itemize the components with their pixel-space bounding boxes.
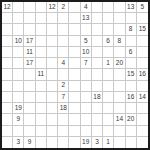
clue-cell-r4c10[interactable]: 6 — [103, 36, 114, 47]
grid-cell[interactable] — [137, 126, 148, 137]
grid-cell[interactable] — [69, 81, 80, 92]
grid-cell[interactable] — [24, 92, 35, 103]
grid-cell[interactable] — [92, 69, 103, 80]
grid-cell[interactable] — [137, 47, 148, 58]
grid-cell[interactable] — [126, 137, 137, 148]
clue-cell-r2c8[interactable]: 13 — [81, 13, 92, 24]
grid-cell[interactable] — [114, 13, 125, 24]
grid-cell[interactable] — [24, 69, 35, 80]
grid-cell[interactable] — [137, 114, 148, 125]
grid-cell[interactable] — [137, 36, 148, 47]
grid-cell[interactable] — [47, 81, 58, 92]
grid-cell[interactable] — [36, 36, 47, 47]
grid-cell[interactable] — [103, 81, 114, 92]
grid-cell[interactable] — [114, 2, 125, 13]
grid-cell[interactable] — [103, 69, 114, 80]
grid-cell[interactable] — [69, 58, 80, 69]
grid-cell[interactable] — [69, 137, 80, 148]
clue-cell-r13c2[interactable]: 3 — [13, 137, 24, 148]
grid-cell[interactable] — [103, 114, 114, 125]
grid-cell[interactable] — [58, 47, 69, 58]
clue-cell-r4c11[interactable]: 8 — [114, 36, 125, 47]
grid-cell[interactable] — [13, 58, 24, 69]
grid-cell[interactable] — [126, 13, 137, 24]
grid-cell[interactable] — [2, 114, 13, 125]
clue-cell-r4c3[interactable]: 17 — [24, 36, 35, 47]
grid-cell[interactable] — [92, 2, 103, 13]
clue-cell-r1c12[interactable]: 13 — [126, 2, 137, 13]
clue-cell-r9c12[interactable]: 16 — [126, 92, 137, 103]
grid-cell[interactable] — [58, 36, 69, 47]
grid-cell[interactable] — [36, 114, 47, 125]
grid-cell[interactable] — [24, 2, 35, 13]
grid-cell[interactable] — [69, 2, 80, 13]
grid-cell[interactable] — [103, 92, 114, 103]
clue-cell-r3c13[interactable]: 15 — [137, 24, 148, 35]
grid-cell[interactable] — [2, 47, 13, 58]
grid-cell[interactable] — [24, 126, 35, 137]
grid-cell[interactable] — [137, 58, 148, 69]
grid-cell[interactable] — [24, 103, 35, 114]
clue-cell-r7c4[interactable]: 11 — [36, 69, 47, 80]
grid-cell[interactable] — [81, 92, 92, 103]
grid-cell[interactable] — [36, 2, 47, 13]
grid-cell[interactable] — [81, 69, 92, 80]
grid-cell[interactable] — [36, 103, 47, 114]
clue-cell-r7c13[interactable]: 16 — [137, 69, 148, 80]
grid-cell[interactable] — [81, 24, 92, 35]
clue-cell-r9c9[interactable]: 18 — [92, 92, 103, 103]
grid-cell[interactable] — [103, 13, 114, 24]
clue-cell-r9c13[interactable]: 14 — [137, 92, 148, 103]
grid-cell[interactable] — [114, 92, 125, 103]
grid-cell[interactable] — [2, 92, 13, 103]
clue-cell-r11c11[interactable]: 14 — [114, 114, 125, 125]
grid-cell[interactable] — [114, 137, 125, 148]
grid-cell[interactable] — [2, 81, 13, 92]
clue-cell-r5c12[interactable]: 6 — [126, 47, 137, 58]
grid-cell[interactable] — [47, 24, 58, 35]
grid-cell[interactable] — [24, 114, 35, 125]
grid-cell[interactable] — [126, 103, 137, 114]
grid-cell[interactable] — [47, 69, 58, 80]
grid-cell[interactable] — [2, 13, 13, 24]
grid-cell[interactable] — [69, 69, 80, 80]
grid-cell[interactable] — [92, 13, 103, 24]
grid-cell[interactable] — [13, 69, 24, 80]
grid-cell[interactable] — [69, 36, 80, 47]
clue-cell-r1c5[interactable]: 12 — [47, 2, 58, 13]
grid-cell[interactable] — [92, 47, 103, 58]
clue-cell-r4c8[interactable]: 5 — [81, 36, 92, 47]
numberlink-board: 1212241351381510175681110617471201115162… — [0, 0, 150, 150]
grid-cell[interactable] — [47, 47, 58, 58]
grid-cell[interactable] — [137, 81, 148, 92]
clue-cell-r4c2[interactable]: 10 — [13, 36, 24, 47]
grid-cell[interactable] — [69, 24, 80, 35]
grid-cell[interactable] — [81, 126, 92, 137]
grid-cell[interactable] — [36, 58, 47, 69]
grid-cell[interactable] — [81, 114, 92, 125]
grid-cell[interactable] — [2, 24, 13, 35]
grid-cell[interactable] — [2, 126, 13, 137]
clue-cell-r7c12[interactable]: 15 — [126, 69, 137, 80]
grid-cell[interactable] — [47, 58, 58, 69]
clue-cell-r13c8[interactable]: 19 — [81, 137, 92, 148]
grid-cell[interactable] — [2, 69, 13, 80]
grid-cell[interactable] — [69, 92, 80, 103]
clue-cell-r6c3[interactable]: 17 — [24, 58, 35, 69]
grid-cell[interactable] — [137, 103, 148, 114]
clue-cell-r1c1[interactable]: 12 — [2, 2, 13, 13]
grid-cell[interactable] — [13, 47, 24, 58]
grid-cell[interactable] — [69, 126, 80, 137]
clue-cell-r6c6[interactable]: 4 — [58, 58, 69, 69]
grid-cell[interactable] — [47, 137, 58, 148]
grid-cell[interactable] — [13, 24, 24, 35]
clue-cell-r5c3[interactable]: 11 — [24, 47, 35, 58]
grid-cell[interactable] — [47, 103, 58, 114]
clue-cell-r6c10[interactable]: 1 — [103, 58, 114, 69]
grid-cell[interactable] — [126, 58, 137, 69]
grid-cell[interactable] — [103, 126, 114, 137]
grid-cell[interactable] — [36, 13, 47, 24]
clue-cell-r10c2[interactable]: 19 — [13, 103, 24, 114]
grid-cell[interactable] — [126, 81, 137, 92]
grid-cell[interactable] — [13, 13, 24, 24]
clue-cell-r10c6[interactable]: 18 — [58, 103, 69, 114]
grid-cell[interactable] — [2, 103, 13, 114]
grid-cell[interactable] — [58, 24, 69, 35]
grid-cell[interactable] — [36, 24, 47, 35]
grid-cell[interactable] — [36, 47, 47, 58]
grid-cell[interactable] — [114, 47, 125, 58]
clue-cell-r13c3[interactable]: 9 — [24, 137, 35, 148]
grid-cell[interactable] — [24, 13, 35, 24]
grid-cell[interactable] — [114, 126, 125, 137]
grid-cell[interactable] — [2, 36, 13, 47]
grid-cell[interactable] — [2, 58, 13, 69]
grid-cell[interactable] — [114, 103, 125, 114]
grid-cell[interactable] — [47, 13, 58, 24]
grid-cell[interactable] — [103, 2, 114, 13]
grid-cell[interactable] — [92, 36, 103, 47]
grid-cell[interactable] — [92, 81, 103, 92]
grid-cell[interactable] — [69, 47, 80, 58]
grid-cell[interactable] — [36, 81, 47, 92]
grid-cell[interactable] — [13, 2, 24, 13]
grid-cell[interactable] — [81, 81, 92, 92]
grid-cell[interactable] — [92, 24, 103, 35]
grid-cell[interactable] — [126, 36, 137, 47]
grid-cell[interactable] — [47, 36, 58, 47]
clue-cell-r1c13[interactable]: 5 — [137, 2, 148, 13]
grid-cell[interactable] — [2, 137, 13, 148]
grid-cell[interactable] — [92, 58, 103, 69]
grid-cell[interactable] — [137, 13, 148, 24]
grid-cell[interactable] — [58, 137, 69, 148]
clue-cell-r6c8[interactable]: 7 — [81, 58, 92, 69]
clue-cell-r3c12[interactable]: 8 — [126, 24, 137, 35]
grid-cell[interactable] — [58, 126, 69, 137]
clue-cell-r13c10[interactable]: 1 — [103, 137, 114, 148]
grid-cell[interactable] — [13, 92, 24, 103]
grid-cell[interactable] — [36, 137, 47, 148]
grid-cell[interactable] — [103, 47, 114, 58]
grid-cell[interactable] — [81, 103, 92, 114]
clue-cell-r8c6[interactable]: 2 — [58, 81, 69, 92]
grid-cell[interactable] — [137, 137, 148, 148]
grid-cell[interactable] — [69, 103, 80, 114]
grid-cell[interactable] — [47, 92, 58, 103]
clue-cell-r11c2[interactable]: 9 — [13, 114, 24, 125]
clue-cell-r5c8[interactable]: 10 — [81, 47, 92, 58]
grid-cell[interactable] — [69, 13, 80, 24]
grid-cell[interactable] — [58, 69, 69, 80]
grid-cell[interactable] — [58, 13, 69, 24]
grid-cell[interactable] — [103, 24, 114, 35]
grid-cell[interactable] — [36, 92, 47, 103]
grid-cell[interactable] — [103, 103, 114, 114]
grid-cell[interactable] — [13, 81, 24, 92]
grid-cell[interactable] — [47, 126, 58, 137]
grid-cell[interactable] — [126, 126, 137, 137]
clue-cell-r9c6[interactable]: 7 — [58, 92, 69, 103]
grid-cell[interactable] — [92, 114, 103, 125]
clue-cell-r1c6[interactable]: 2 — [58, 2, 69, 13]
clue-cell-r11c12[interactable]: 20 — [126, 114, 137, 125]
grid-cell[interactable] — [36, 126, 47, 137]
grid-cell[interactable] — [92, 103, 103, 114]
grid-cell[interactable] — [114, 24, 125, 35]
grid-cell[interactable] — [114, 81, 125, 92]
clue-cell-r13c9[interactable]: 3 — [92, 137, 103, 148]
grid-cell[interactable] — [69, 114, 80, 125]
grid-cell[interactable] — [24, 81, 35, 92]
clue-cell-r1c8[interactable]: 4 — [81, 2, 92, 13]
grid-cell[interactable] — [58, 114, 69, 125]
grid-cell[interactable] — [24, 24, 35, 35]
grid-cell[interactable] — [114, 69, 125, 80]
clue-cell-r6c11[interactable]: 20 — [114, 58, 125, 69]
grid-cell[interactable] — [47, 114, 58, 125]
grid-cell[interactable] — [13, 126, 24, 137]
grid-cell[interactable] — [92, 126, 103, 137]
